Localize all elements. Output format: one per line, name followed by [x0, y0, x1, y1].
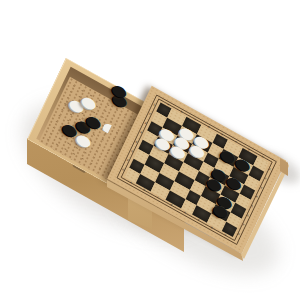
product-photo-checkers-set: ●●●●●●●● ● ●●●●●●●●●●●●●● aabbccddeeffgg…: [0, 0, 300, 300]
tray-piece-black: ●: [111, 83, 128, 99]
